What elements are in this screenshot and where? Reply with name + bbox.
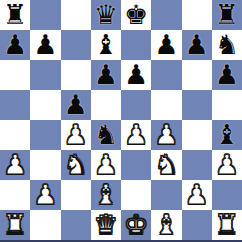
piece-black-pawn-icon: ♟: [185, 31, 209, 58]
square-b8[interactable]: [30, 0, 60, 30]
piece-black-pawn-icon: ♟: [94, 61, 118, 88]
piece-white-bishop-icon: ♝: [94, 181, 118, 208]
square-d8[interactable]: ♛: [91, 0, 121, 30]
square-a1[interactable]: ♜: [0, 210, 30, 240]
piece-black-pawn-icon: ♟: [33, 31, 57, 58]
square-b2[interactable]: ♟: [30, 180, 60, 210]
square-e6[interactable]: ♟: [121, 60, 151, 90]
square-d2[interactable]: ♝: [91, 180, 121, 210]
square-g3[interactable]: [182, 150, 212, 180]
piece-black-queen-icon: ♛: [94, 1, 118, 28]
square-d1[interactable]: ♛: [91, 210, 121, 240]
square-a7[interactable]: ♟: [0, 30, 30, 60]
piece-white-bishop-icon: ♝: [154, 211, 178, 238]
piece-white-knight-icon: ♞: [154, 151, 178, 178]
piece-black-knight-icon: ♞: [94, 121, 118, 148]
square-h8[interactable]: ♜: [212, 0, 242, 30]
square-e1[interactable]: ♚: [121, 210, 151, 240]
square-h3[interactable]: ♟: [212, 150, 242, 180]
square-f4[interactable]: ♟: [151, 120, 181, 150]
square-d5[interactable]: [91, 90, 121, 120]
square-e8[interactable]: ♚: [121, 0, 151, 30]
piece-white-pawn-icon: ♟: [64, 121, 88, 148]
square-e5[interactable]: [121, 90, 151, 120]
piece-black-pawn-icon: ♟: [64, 91, 88, 118]
piece-black-rook-icon: ♜: [3, 1, 27, 28]
piece-white-knight-icon: ♞: [64, 151, 88, 178]
square-b7[interactable]: ♟: [30, 30, 60, 60]
square-c2[interactable]: [61, 180, 91, 210]
square-a8[interactable]: ♜: [0, 0, 30, 30]
piece-black-king-icon: ♚: [124, 1, 148, 28]
square-h7[interactable]: ♞: [212, 30, 242, 60]
square-d4[interactable]: ♞: [91, 120, 121, 150]
square-a3[interactable]: ♟: [0, 150, 30, 180]
square-b4[interactable]: [30, 120, 60, 150]
square-c4[interactable]: ♟: [61, 120, 91, 150]
piece-white-rook-icon: ♜: [215, 211, 239, 238]
square-h1[interactable]: ♜: [212, 210, 242, 240]
piece-white-rook-icon: ♜: [3, 211, 27, 238]
square-g1[interactable]: [182, 210, 212, 240]
square-c3[interactable]: ♞: [61, 150, 91, 180]
square-h4[interactable]: ♝: [212, 120, 242, 150]
square-h6[interactable]: ♟: [212, 60, 242, 90]
piece-white-pawn-icon: ♟: [124, 121, 148, 148]
square-d3[interactable]: ♟: [91, 150, 121, 180]
square-g5[interactable]: [182, 90, 212, 120]
square-d7[interactable]: ♝: [91, 30, 121, 60]
square-f3[interactable]: ♞: [151, 150, 181, 180]
square-c1[interactable]: [61, 210, 91, 240]
piece-white-pawn-icon: ♟: [94, 151, 118, 178]
piece-black-knight-icon: ♞: [215, 31, 239, 58]
square-c7[interactable]: [61, 30, 91, 60]
piece-white-pawn-icon: ♟: [33, 181, 57, 208]
square-g8[interactable]: [182, 0, 212, 30]
square-h5[interactable]: [212, 90, 242, 120]
piece-black-bishop-icon: ♝: [215, 121, 239, 148]
piece-white-pawn-icon: ♟: [154, 121, 178, 148]
square-g4[interactable]: [182, 120, 212, 150]
square-e4[interactable]: ♟: [121, 120, 151, 150]
piece-white-pawn-icon: ♟: [185, 181, 209, 208]
square-a5[interactable]: [0, 90, 30, 120]
chess-board-frame: ♜♛♚♜♟♟♝♟♟♞♟♟♟♟♟♞♟♟♝♟♞♟♞♟♟♝♟♜♛♚♝♜: [0, 0, 242, 242]
square-e3[interactable]: [121, 150, 151, 180]
square-b5[interactable]: [30, 90, 60, 120]
piece-black-pawn-icon: ♟: [124, 61, 148, 88]
square-g7[interactable]: ♟: [182, 30, 212, 60]
piece-black-pawn-icon: ♟: [215, 61, 239, 88]
piece-white-king-icon: ♚: [124, 211, 148, 238]
square-f6[interactable]: [151, 60, 181, 90]
chess-board: ♜♛♚♜♟♟♝♟♟♞♟♟♟♟♟♞♟♟♝♟♞♟♞♟♟♝♟♜♛♚♝♜: [0, 0, 242, 240]
square-c8[interactable]: [61, 0, 91, 30]
square-h2[interactable]: [212, 180, 242, 210]
square-b6[interactable]: [30, 60, 60, 90]
square-f1[interactable]: ♝: [151, 210, 181, 240]
piece-black-pawn-icon: ♟: [154, 31, 178, 58]
square-c6[interactable]: [61, 60, 91, 90]
square-c5[interactable]: ♟: [61, 90, 91, 120]
piece-black-rook-icon: ♜: [215, 1, 239, 28]
square-b3[interactable]: [30, 150, 60, 180]
square-d6[interactable]: ♟: [91, 60, 121, 90]
square-f7[interactable]: ♟: [151, 30, 181, 60]
square-b1[interactable]: [30, 210, 60, 240]
square-e7[interactable]: [121, 30, 151, 60]
square-a2[interactable]: [0, 180, 30, 210]
piece-white-pawn-icon: ♟: [215, 151, 239, 178]
square-f2[interactable]: [151, 180, 181, 210]
square-a4[interactable]: [0, 120, 30, 150]
piece-white-queen-icon: ♛: [94, 211, 118, 238]
square-f5[interactable]: [151, 90, 181, 120]
piece-black-bishop-icon: ♝: [94, 31, 118, 58]
piece-white-pawn-icon: ♟: [3, 151, 27, 178]
piece-black-pawn-icon: ♟: [3, 31, 27, 58]
square-e2[interactable]: [121, 180, 151, 210]
square-g2[interactable]: ♟: [182, 180, 212, 210]
square-g6[interactable]: [182, 60, 212, 90]
square-f8[interactable]: [151, 0, 181, 30]
square-a6[interactable]: [0, 60, 30, 90]
